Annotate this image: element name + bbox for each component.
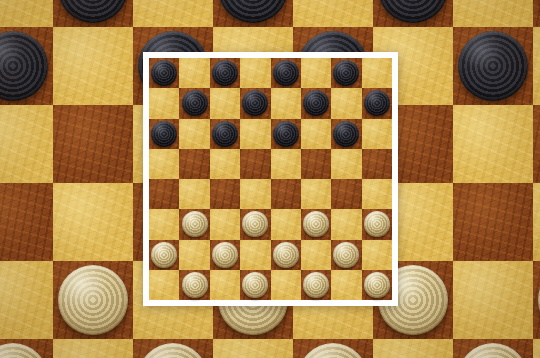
board-square[interactable] xyxy=(210,58,240,88)
board-square[interactable] xyxy=(179,149,209,179)
board-square xyxy=(53,105,133,183)
board-square xyxy=(533,261,540,339)
board-square[interactable] xyxy=(331,119,361,149)
inset-full-board[interactable] xyxy=(149,58,392,300)
dark-checker-piece[interactable] xyxy=(151,121,177,147)
board-square[interactable] xyxy=(240,149,270,179)
board-square[interactable] xyxy=(149,240,179,270)
board-square[interactable] xyxy=(271,58,301,88)
dark-checker-piece[interactable] xyxy=(303,90,329,116)
dark-checker-piece[interactable] xyxy=(273,60,299,86)
board-square xyxy=(453,0,533,27)
board-square[interactable] xyxy=(271,209,301,239)
board-square xyxy=(53,0,133,27)
checkers-game-screen xyxy=(0,0,540,358)
board-square[interactable] xyxy=(301,179,331,209)
board-square[interactable] xyxy=(271,119,301,149)
board-square[interactable] xyxy=(301,240,331,270)
board-square[interactable] xyxy=(362,240,392,270)
board-square[interactable] xyxy=(210,119,240,149)
light-checker-piece[interactable] xyxy=(303,211,329,237)
dark-checker-piece[interactable] xyxy=(273,121,299,147)
dark-checker-piece xyxy=(458,31,528,101)
board-square xyxy=(453,261,533,339)
board-square xyxy=(0,339,53,358)
board-square xyxy=(53,27,133,105)
board-square[interactable] xyxy=(271,149,301,179)
board-square[interactable] xyxy=(301,209,331,239)
board-square[interactable] xyxy=(271,240,301,270)
dark-checker-piece xyxy=(378,0,448,23)
board-square xyxy=(453,105,533,183)
light-checker-piece[interactable] xyxy=(333,242,359,268)
board-square[interactable] xyxy=(362,209,392,239)
board-square[interactable] xyxy=(179,209,209,239)
light-checker-piece[interactable] xyxy=(303,272,329,298)
board-square[interactable] xyxy=(331,270,361,300)
board-square[interactable] xyxy=(179,88,209,118)
board-square[interactable] xyxy=(362,270,392,300)
board-square xyxy=(53,183,133,261)
dark-checker-piece[interactable] xyxy=(212,60,238,86)
board-square[interactable] xyxy=(271,179,301,209)
board-square xyxy=(533,339,540,358)
board-square xyxy=(0,105,53,183)
board-square[interactable] xyxy=(240,270,270,300)
board-square[interactable] xyxy=(301,88,331,118)
board-square[interactable] xyxy=(301,149,331,179)
light-checker-piece xyxy=(458,343,528,358)
board-square[interactable] xyxy=(271,88,301,118)
dark-checker-piece[interactable] xyxy=(151,60,177,86)
light-checker-piece xyxy=(138,343,208,358)
board-square[interactable] xyxy=(240,58,270,88)
board-square xyxy=(0,261,53,339)
light-checker-piece xyxy=(0,343,48,358)
board-square xyxy=(453,27,533,105)
board-square[interactable] xyxy=(149,119,179,149)
light-checker-piece[interactable] xyxy=(182,272,208,298)
board-square[interactable] xyxy=(331,240,361,270)
board-square[interactable] xyxy=(331,179,361,209)
dark-checker-piece[interactable] xyxy=(333,60,359,86)
board-square[interactable] xyxy=(362,88,392,118)
board-square[interactable] xyxy=(362,149,392,179)
board-square[interactable] xyxy=(210,270,240,300)
dark-checker-piece xyxy=(58,0,128,23)
light-checker-piece[interactable] xyxy=(273,242,299,268)
board-square[interactable] xyxy=(179,58,209,88)
board-square[interactable] xyxy=(210,88,240,118)
light-checker-piece[interactable] xyxy=(242,272,268,298)
dark-checker-piece xyxy=(218,0,288,23)
board-square[interactable] xyxy=(210,240,240,270)
board-square[interactable] xyxy=(240,240,270,270)
dark-checker-piece[interactable] xyxy=(242,90,268,116)
board-square[interactable] xyxy=(301,270,331,300)
zoom-inset-frame xyxy=(143,52,398,306)
board-square[interactable] xyxy=(362,58,392,88)
board-square xyxy=(0,0,53,27)
light-checker-piece xyxy=(58,265,128,335)
board-square xyxy=(373,0,453,27)
board-square[interactable] xyxy=(149,149,179,179)
board-square xyxy=(53,261,133,339)
light-checker-piece[interactable] xyxy=(151,242,177,268)
board-square[interactable] xyxy=(149,270,179,300)
dark-checker-piece[interactable] xyxy=(364,90,390,116)
board-square[interactable] xyxy=(179,119,209,149)
board-square[interactable] xyxy=(331,149,361,179)
board-square xyxy=(453,183,533,261)
board-square[interactable] xyxy=(301,58,331,88)
board-square[interactable] xyxy=(331,88,361,118)
board-square xyxy=(373,339,453,358)
dark-checker-piece[interactable] xyxy=(212,121,238,147)
light-checker-piece[interactable] xyxy=(364,272,390,298)
dark-checker-piece[interactable] xyxy=(182,90,208,116)
board-square xyxy=(133,0,213,27)
board-square xyxy=(533,105,540,183)
board-square[interactable] xyxy=(240,88,270,118)
board-square[interactable] xyxy=(301,119,331,149)
dark-checker-piece xyxy=(0,31,48,101)
board-square xyxy=(53,339,133,358)
light-checker-piece[interactable] xyxy=(364,211,390,237)
board-square[interactable] xyxy=(271,270,301,300)
board-square[interactable] xyxy=(362,119,392,149)
board-square[interactable] xyxy=(362,179,392,209)
board-square[interactable] xyxy=(331,209,361,239)
board-square xyxy=(533,183,540,261)
board-square[interactable] xyxy=(179,270,209,300)
board-square xyxy=(293,0,373,27)
board-square[interactable] xyxy=(240,209,270,239)
light-checker-piece[interactable] xyxy=(212,242,238,268)
board-square[interactable] xyxy=(331,58,361,88)
board-square[interactable] xyxy=(210,149,240,179)
board-square[interactable] xyxy=(240,119,270,149)
board-square xyxy=(453,339,533,358)
board-square xyxy=(533,0,540,27)
board-square xyxy=(213,0,293,27)
light-checker-piece[interactable] xyxy=(242,211,268,237)
board-square xyxy=(133,339,213,358)
dark-checker-piece[interactable] xyxy=(333,121,359,147)
board-square[interactable] xyxy=(179,240,209,270)
board-square[interactable] xyxy=(210,179,240,209)
board-square xyxy=(213,339,293,358)
board-square[interactable] xyxy=(149,88,179,118)
board-square xyxy=(0,183,53,261)
board-square[interactable] xyxy=(210,209,240,239)
board-square xyxy=(533,27,540,105)
board-square[interactable] xyxy=(149,209,179,239)
board-square[interactable] xyxy=(240,179,270,209)
light-checker-piece[interactable] xyxy=(182,211,208,237)
board-square[interactable] xyxy=(149,58,179,88)
board-square[interactable] xyxy=(149,179,179,209)
board-square[interactable] xyxy=(179,179,209,209)
light-checker-piece xyxy=(298,343,368,358)
board-square xyxy=(0,27,53,105)
board-square xyxy=(293,339,373,358)
